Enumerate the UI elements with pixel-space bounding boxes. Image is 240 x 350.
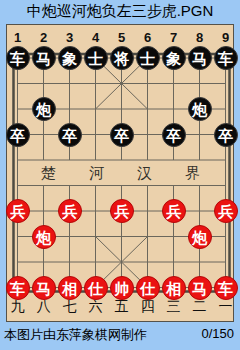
piece[interactable]: 炮 <box>32 97 56 121</box>
xiangqi-viewer: 中炮巡河炮负左三步虎.PGN 123456789 九八七六五四三二一 楚河汉界 … <box>0 0 240 350</box>
move-counter: 0/150 <box>201 326 234 341</box>
piece[interactable]: 象 <box>58 46 82 70</box>
piece[interactable]: 炮 <box>188 225 212 249</box>
piece[interactable]: 卒 <box>110 123 134 147</box>
piece[interactable]: 马 <box>188 276 212 300</box>
piece[interactable]: 相 <box>162 276 186 300</box>
piece[interactable]: 卒 <box>214 123 238 147</box>
piece[interactable]: 士 <box>84 46 108 70</box>
piece[interactable]: 卒 <box>58 123 82 147</box>
piece[interactable]: 相 <box>58 276 82 300</box>
piece[interactable]: 炮 <box>188 97 212 121</box>
piece[interactable]: 兵 <box>58 199 82 223</box>
piece[interactable]: 兵 <box>214 199 238 223</box>
piece[interactable]: 卒 <box>162 123 186 147</box>
piece[interactable]: 仕 <box>84 276 108 300</box>
piece[interactable]: 卒 <box>6 123 30 147</box>
piece[interactable]: 士 <box>136 46 160 70</box>
piece[interactable]: 兵 <box>6 199 30 223</box>
piece[interactable]: 车 <box>6 276 30 300</box>
piece[interactable]: 车 <box>214 276 238 300</box>
credit-text: 本图片由东萍象棋网制作 <box>4 326 147 344</box>
piece[interactable]: 帅 <box>110 276 134 300</box>
piece[interactable]: 车 <box>6 46 30 70</box>
piece[interactable]: 马 <box>188 46 212 70</box>
piece[interactable]: 将 <box>110 46 134 70</box>
footer: 本图片由东萍象棋网制作 0/150 <box>0 325 240 343</box>
piece[interactable]: 车 <box>214 46 238 70</box>
pieces-layer: 车马象士将士象马车炮炮卒卒卒卒卒兵兵兵兵兵炮炮车马相仕帅仕相马车 <box>7 25 233 321</box>
piece[interactable]: 兵 <box>162 199 186 223</box>
page-title: 中炮巡河炮负左三步虎.PGN <box>0 2 240 21</box>
piece[interactable]: 马 <box>32 276 56 300</box>
piece[interactable]: 炮 <box>32 225 56 249</box>
piece[interactable]: 象 <box>162 46 186 70</box>
piece[interactable]: 兵 <box>110 199 134 223</box>
xiangqi-board[interactable]: 123456789 九八七六五四三二一 楚河汉界 车马象士将士象马车炮炮卒卒卒卒… <box>6 24 234 322</box>
piece[interactable]: 仕 <box>136 276 160 300</box>
piece[interactable]: 马 <box>32 46 56 70</box>
